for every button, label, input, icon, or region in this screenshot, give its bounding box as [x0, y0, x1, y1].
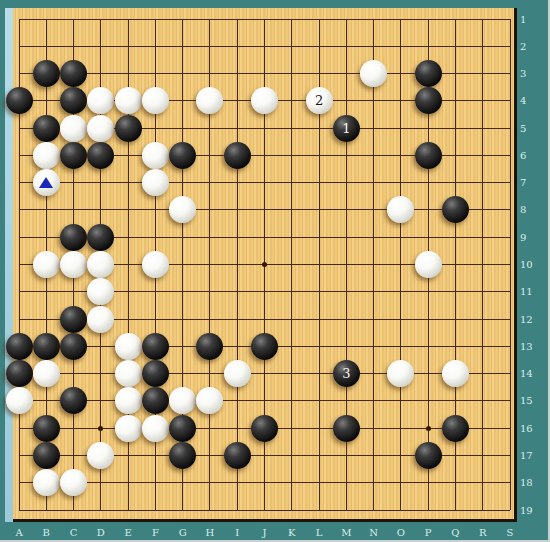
black-stone	[33, 333, 60, 360]
black-stone	[87, 142, 114, 169]
white-stone	[251, 87, 278, 114]
row-label: 17	[520, 450, 544, 461]
white-stone	[33, 469, 60, 496]
white-stone	[360, 60, 387, 87]
star-point	[262, 262, 267, 267]
white-stone	[196, 87, 223, 114]
column-label: R	[475, 527, 491, 538]
column-label: Q	[447, 527, 463, 538]
column-label: E	[120, 527, 136, 538]
black-stone	[87, 224, 114, 251]
black-stone	[333, 415, 360, 442]
black-stone	[442, 415, 469, 442]
grid-line-horizontal	[19, 510, 510, 511]
white-stone	[142, 142, 169, 169]
black-stone	[224, 442, 251, 469]
move-number-label: 3	[333, 360, 360, 387]
black-stone	[60, 60, 87, 87]
white-stone	[87, 87, 114, 114]
column-label: G	[175, 527, 191, 538]
white-stone	[60, 251, 87, 278]
white-stone	[87, 306, 114, 333]
white-stone	[33, 251, 60, 278]
white-stone	[387, 196, 414, 223]
white-stone	[33, 360, 60, 387]
white-stone	[115, 415, 142, 442]
row-label: 12	[520, 314, 544, 325]
row-label: 5	[520, 123, 544, 134]
white-stone	[169, 196, 196, 223]
white-stone	[115, 87, 142, 114]
white-stone	[442, 360, 469, 387]
black-stone	[415, 87, 442, 114]
column-label: F	[147, 527, 163, 538]
black-stone	[442, 196, 469, 223]
black-stone	[6, 333, 33, 360]
column-label: P	[420, 527, 436, 538]
row-label: 2	[520, 41, 544, 52]
white-stone	[169, 387, 196, 414]
black-stone	[60, 142, 87, 169]
row-label: 14	[520, 368, 544, 379]
black-stone	[251, 415, 278, 442]
grid-line-vertical	[291, 19, 292, 510]
row-label: 4	[520, 95, 544, 106]
row-label: 13	[520, 341, 544, 352]
black-stone	[33, 60, 60, 87]
column-label: S	[502, 527, 518, 538]
column-label: O	[393, 527, 409, 538]
grid-line-vertical	[400, 19, 401, 510]
row-label: 19	[520, 505, 544, 516]
white-stone	[387, 360, 414, 387]
grid-line-vertical	[373, 19, 374, 510]
white-stone	[142, 87, 169, 114]
row-label: 9	[520, 232, 544, 243]
move-number-label: 1	[333, 115, 360, 142]
white-stone	[415, 251, 442, 278]
black-stone	[6, 87, 33, 114]
grid-line-horizontal	[19, 400, 510, 401]
column-label: K	[284, 527, 300, 538]
black-stone	[33, 442, 60, 469]
row-label: 6	[520, 150, 544, 161]
black-stone	[415, 442, 442, 469]
column-label: H	[202, 527, 218, 538]
move-number-label: 2	[306, 87, 333, 114]
column-label: M	[338, 527, 354, 538]
black-stone	[415, 142, 442, 169]
white-stone	[60, 469, 87, 496]
black-stone	[169, 415, 196, 442]
column-label: A	[11, 527, 27, 538]
white-stone	[87, 115, 114, 142]
board-layer: 123ABCDEFGHIJKLMNOPQRS123456789101112131…	[0, 0, 550, 542]
white-stone	[142, 251, 169, 278]
black-stone	[115, 115, 142, 142]
white-stone	[115, 360, 142, 387]
black-stone	[142, 360, 169, 387]
grid-line-horizontal	[19, 373, 510, 374]
column-label: L	[311, 527, 327, 538]
black-stone	[169, 142, 196, 169]
white-stone	[196, 387, 223, 414]
grid-line-vertical	[510, 19, 511, 510]
black-stone	[60, 87, 87, 114]
black-stone	[60, 224, 87, 251]
row-label: 18	[520, 477, 544, 488]
grid-line-horizontal	[19, 482, 510, 483]
white-stone	[224, 360, 251, 387]
row-label: 11	[520, 286, 544, 297]
star-point	[426, 426, 431, 431]
black-stone	[169, 442, 196, 469]
row-label: 1	[520, 14, 544, 25]
black-stone	[415, 60, 442, 87]
go-diagram-window: 123ABCDEFGHIJKLMNOPQRS123456789101112131…	[0, 0, 550, 542]
white-stone	[87, 251, 114, 278]
white-stone	[87, 278, 114, 305]
column-label: J	[257, 527, 273, 538]
grid-line-vertical	[482, 19, 483, 510]
black-stone	[60, 387, 87, 414]
row-label: 10	[520, 259, 544, 270]
star-point	[98, 426, 103, 431]
column-label: B	[38, 527, 54, 538]
white-stone	[6, 387, 33, 414]
black-stone	[251, 333, 278, 360]
column-label: C	[66, 527, 82, 538]
white-stone	[33, 142, 60, 169]
column-label: N	[366, 527, 382, 538]
black-stone	[60, 333, 87, 360]
black-stone	[33, 415, 60, 442]
black-stone	[6, 360, 33, 387]
row-label: 7	[520, 177, 544, 188]
column-label: I	[229, 527, 245, 538]
row-label: 3	[520, 68, 544, 79]
white-stone	[115, 333, 142, 360]
white-stone	[115, 387, 142, 414]
black-stone	[142, 333, 169, 360]
triangle-marker	[39, 177, 53, 188]
black-stone	[196, 333, 223, 360]
black-stone	[142, 387, 169, 414]
row-label: 16	[520, 423, 544, 434]
black-stone	[33, 115, 60, 142]
black-stone	[60, 306, 87, 333]
white-stone	[87, 442, 114, 469]
row-label: 8	[520, 204, 544, 215]
white-stone	[142, 415, 169, 442]
column-label: D	[93, 527, 109, 538]
row-label: 15	[520, 395, 544, 406]
white-stone	[60, 115, 87, 142]
black-stone	[224, 142, 251, 169]
white-stone	[142, 169, 169, 196]
